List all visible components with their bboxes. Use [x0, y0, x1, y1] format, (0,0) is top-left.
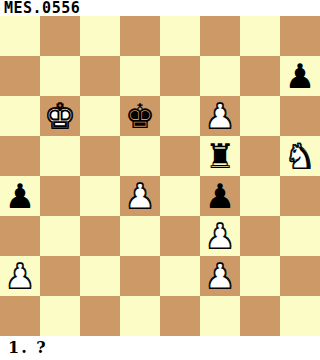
square-e3[interactable]: [160, 216, 200, 256]
square-c2[interactable]: [80, 256, 120, 296]
square-b7[interactable]: [40, 56, 80, 96]
black-rook: ♜: [205, 136, 235, 176]
square-d7[interactable]: [120, 56, 160, 96]
square-b2[interactable]: [40, 256, 80, 296]
square-a1[interactable]: [0, 296, 40, 336]
square-c6[interactable]: [80, 96, 120, 136]
square-e4[interactable]: [160, 176, 200, 216]
square-h2[interactable]: [280, 256, 320, 296]
square-e1[interactable]: [160, 296, 200, 336]
square-f1[interactable]: [200, 296, 240, 336]
square-g6[interactable]: [240, 96, 280, 136]
square-g7[interactable]: [240, 56, 280, 96]
square-d6[interactable]: ♚: [120, 96, 160, 136]
square-e6[interactable]: [160, 96, 200, 136]
white-pawn: ♟: [205, 216, 235, 256]
square-c1[interactable]: [80, 296, 120, 336]
white-pawn: ♟: [205, 96, 235, 136]
square-f2[interactable]: ♟: [200, 256, 240, 296]
square-e5[interactable]: [160, 136, 200, 176]
square-f4[interactable]: ♟: [200, 176, 240, 216]
square-f3[interactable]: ♟: [200, 216, 240, 256]
square-a2[interactable]: ♟: [0, 256, 40, 296]
square-g1[interactable]: [240, 296, 280, 336]
chess-puzzle-window: MES.0556 ♟♚♚♟♜♞♟♟♟♟♟♟ 1. ?: [0, 0, 320, 360]
black-king: ♚: [125, 96, 155, 136]
square-d3[interactable]: [120, 216, 160, 256]
chess-board: ♟♚♚♟♜♞♟♟♟♟♟♟: [0, 16, 320, 336]
square-g2[interactable]: [240, 256, 280, 296]
square-c8[interactable]: [80, 16, 120, 56]
square-a6[interactable]: [0, 96, 40, 136]
black-pawn: ♟: [5, 176, 35, 216]
square-f5[interactable]: ♜: [200, 136, 240, 176]
square-b8[interactable]: [40, 16, 80, 56]
square-g4[interactable]: [240, 176, 280, 216]
square-d2[interactable]: [120, 256, 160, 296]
black-pawn: ♟: [285, 56, 315, 96]
square-h7[interactable]: ♟: [280, 56, 320, 96]
square-e8[interactable]: [160, 16, 200, 56]
square-h3[interactable]: [280, 216, 320, 256]
square-f8[interactable]: [200, 16, 240, 56]
black-pawn: ♟: [205, 176, 235, 216]
square-b5[interactable]: [40, 136, 80, 176]
white-pawn: ♟: [205, 256, 235, 296]
square-f7[interactable]: [200, 56, 240, 96]
square-f6[interactable]: ♟: [200, 96, 240, 136]
square-h8[interactable]: [280, 16, 320, 56]
square-b3[interactable]: [40, 216, 80, 256]
white-pawn: ♟: [125, 176, 155, 216]
square-h4[interactable]: [280, 176, 320, 216]
square-c7[interactable]: [80, 56, 120, 96]
white-king: ♚: [45, 96, 75, 136]
square-h6[interactable]: [280, 96, 320, 136]
square-d1[interactable]: [120, 296, 160, 336]
square-d8[interactable]: [120, 16, 160, 56]
square-c4[interactable]: [80, 176, 120, 216]
square-c3[interactable]: [80, 216, 120, 256]
square-b1[interactable]: [40, 296, 80, 336]
square-g5[interactable]: [240, 136, 280, 176]
square-d4[interactable]: ♟: [120, 176, 160, 216]
square-a3[interactable]: [0, 216, 40, 256]
square-d5[interactable]: [120, 136, 160, 176]
square-b4[interactable]: [40, 176, 80, 216]
square-a8[interactable]: [0, 16, 40, 56]
square-a7[interactable]: [0, 56, 40, 96]
square-a4[interactable]: ♟: [0, 176, 40, 216]
move-prompt: 1. ?: [0, 336, 320, 360]
square-b6[interactable]: ♚: [40, 96, 80, 136]
square-a5[interactable]: [0, 136, 40, 176]
puzzle-id: MES.0556: [0, 0, 320, 16]
square-g8[interactable]: [240, 16, 280, 56]
square-h1[interactable]: [280, 296, 320, 336]
square-c5[interactable]: [80, 136, 120, 176]
square-g3[interactable]: [240, 216, 280, 256]
white-pawn: ♟: [5, 256, 35, 296]
square-e7[interactable]: [160, 56, 200, 96]
square-h5[interactable]: ♞: [280, 136, 320, 176]
square-e2[interactable]: [160, 256, 200, 296]
white-knight: ♞: [285, 136, 315, 176]
